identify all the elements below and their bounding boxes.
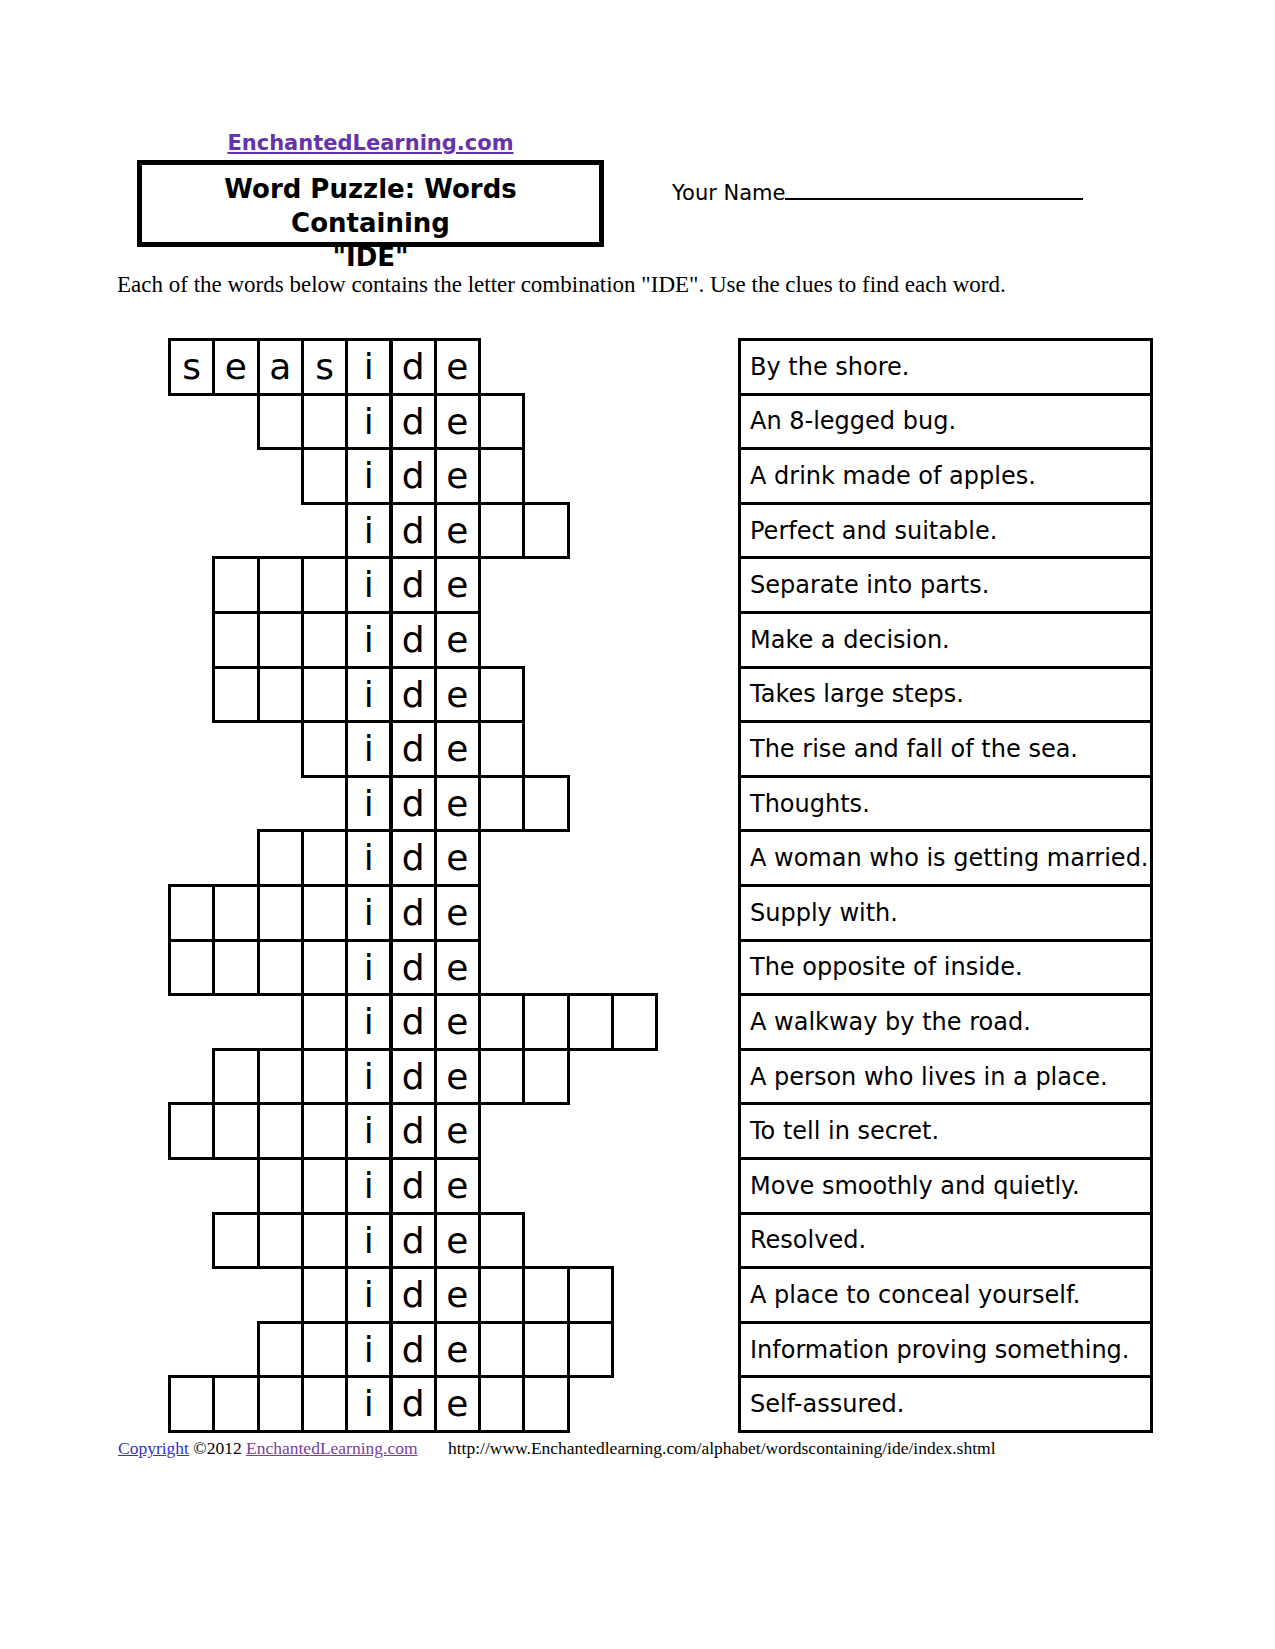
grid-cell-letter: d (390, 1212, 437, 1270)
grid-cell-letter: i (345, 1102, 392, 1160)
grid-cell-empty[interactable] (478, 502, 525, 560)
grid-cell-letter: e (434, 939, 481, 997)
grid-cell-empty[interactable] (478, 393, 525, 451)
grid-cell-empty[interactable] (212, 1048, 259, 1106)
clue-row: A drink made of apples. (738, 447, 1153, 505)
grid-cell-empty[interactable] (567, 993, 614, 1051)
grid-cell-letter: d (390, 884, 437, 942)
clue-text: The rise and fall of the sea. (750, 735, 1078, 763)
clue-row: The opposite of inside. (738, 939, 1153, 997)
grid-cell-empty[interactable] (257, 393, 304, 451)
grid-cell-letter: e (434, 829, 481, 887)
clue-row: By the shore. (738, 338, 1153, 396)
clue-row: Self-assured. (738, 1375, 1153, 1433)
clue-text: A drink made of apples. (750, 462, 1036, 490)
grid-cell-empty[interactable] (522, 775, 569, 833)
grid-cell-letter: e (434, 1212, 481, 1270)
grid-cell-letter: d (390, 829, 437, 887)
grid-cell-letter: e (434, 884, 481, 942)
grid-cell-empty[interactable] (212, 666, 259, 724)
grid-cell-letter: i (345, 939, 392, 997)
grid-cell-empty[interactable] (257, 1212, 304, 1270)
grid-cell-empty[interactable] (212, 1212, 259, 1270)
grid-cell-empty[interactable] (301, 720, 348, 778)
clue-text: To tell in secret. (750, 1117, 939, 1145)
clue-text: A place to conceal yourself. (750, 1281, 1080, 1309)
grid-cell-letter: d (390, 720, 437, 778)
grid-cell-letter: e (434, 666, 481, 724)
clue-text: Separate into parts. (750, 571, 989, 599)
clue-row: A walkway by the road. (738, 993, 1153, 1051)
grid-cell-empty[interactable] (478, 775, 525, 833)
grid-cell-letter: e (212, 338, 259, 396)
grid-cell-letter: i (345, 993, 392, 1051)
grid-cell-letter: i (345, 1375, 392, 1433)
grid-cell-empty[interactable] (478, 993, 525, 1051)
grid-cell-letter: e (434, 1375, 481, 1433)
grid-cell-empty[interactable] (257, 1157, 304, 1215)
grid-cell-empty[interactable] (301, 556, 348, 614)
grid-cell-empty[interactable] (212, 884, 259, 942)
grid-cell-empty[interactable] (301, 1212, 348, 1270)
grid-cell-letter: d (390, 1157, 437, 1215)
copyright-link[interactable]: Copyright (118, 1438, 189, 1458)
page-title-line2: "IDE" (142, 240, 599, 274)
grid-cell-letter: i (345, 1048, 392, 1106)
grid-cell-letter: e (434, 447, 481, 505)
grid-cell-empty[interactable] (301, 1321, 348, 1379)
grid-cell-letter: e (434, 993, 481, 1051)
grid-cell-letter: a (257, 338, 304, 396)
clue-row: An 8-legged bug. (738, 393, 1153, 451)
grid-cell-letter: i (345, 720, 392, 778)
clue-row: Information proving something. (738, 1321, 1153, 1379)
grid-cell-empty[interactable] (301, 993, 348, 1051)
clue-text: Perfect and suitable. (750, 517, 997, 545)
grid-cell-empty[interactable] (478, 720, 525, 778)
grid-cell-empty[interactable] (257, 1102, 304, 1160)
grid-cell-empty[interactable] (257, 1321, 304, 1379)
clue-list: By the shore.An 8-legged bug.A drink mad… (738, 338, 1153, 1438)
instructions-text: Each of the words below contains the let… (117, 272, 1217, 298)
name-label: Your Name (672, 181, 785, 205)
name-input-line[interactable] (785, 176, 1083, 200)
name-field-area: Your Name (672, 176, 1083, 205)
footer-url: http://www.Enchantedlearning.com/alphabe… (448, 1438, 996, 1458)
clue-row: Move smoothly and quietly. (738, 1157, 1153, 1215)
grid-cell-empty[interactable] (257, 939, 304, 997)
grid-cell-empty[interactable] (257, 611, 304, 669)
footer: Copyright ©2012 EnchantedLearning.com ht… (118, 1438, 1218, 1459)
clue-row: A person who lives in a place. (738, 1048, 1153, 1106)
grid-cell-empty[interactable] (301, 393, 348, 451)
grid-cell-empty[interactable] (522, 1048, 569, 1106)
grid-cell-empty[interactable] (168, 939, 215, 997)
grid-cell-letter: d (390, 556, 437, 614)
grid-cell-empty[interactable] (301, 829, 348, 887)
grid-cell-letter: s (301, 338, 348, 396)
grid-cell-letter: d (390, 775, 437, 833)
grid-cell-letter: i (345, 447, 392, 505)
title-box: Word Puzzle: Words Containing "IDE" (137, 160, 604, 247)
grid-cell-letter: d (390, 993, 437, 1051)
grid-cell-letter: d (390, 393, 437, 451)
grid-cell-letter: e (434, 611, 481, 669)
clue-row: Perfect and suitable. (738, 502, 1153, 560)
clue-row: To tell in secret. (738, 1102, 1153, 1160)
clue-text: A woman who is getting married. (750, 844, 1149, 872)
grid-cell-letter: e (434, 1321, 481, 1379)
grid-cell-letter: i (345, 611, 392, 669)
grid-cell-letter: d (390, 1266, 437, 1324)
grid-cell-empty[interactable] (212, 556, 259, 614)
clue-text: Supply with. (750, 899, 898, 927)
grid-cell-empty[interactable] (301, 1102, 348, 1160)
grid-cell-letter: d (390, 338, 437, 396)
clue-text: A person who lives in a place. (750, 1063, 1108, 1091)
grid-cell-empty[interactable] (478, 447, 525, 505)
grid-cell-empty[interactable] (257, 556, 304, 614)
grid-cell-empty[interactable] (301, 447, 348, 505)
grid-cell-letter: i (345, 502, 392, 560)
grid-cell-letter: e (434, 775, 481, 833)
clue-text: Information proving something. (750, 1336, 1129, 1364)
grid-cell-empty[interactable] (301, 1266, 348, 1324)
grid-cell-letter: e (434, 1048, 481, 1106)
grid-cell-letter: e (434, 1102, 481, 1160)
puzzle-grid: seasideideideideideideideideideideideide… (168, 338, 668, 1438)
grid-cell-empty[interactable] (301, 666, 348, 724)
clue-text: Thoughts. (750, 790, 870, 818)
grid-cell-letter: i (345, 338, 392, 396)
grid-cell-empty[interactable] (478, 1048, 525, 1106)
clue-text: An 8-legged bug. (750, 407, 956, 435)
grid-cell-letter: i (345, 1212, 392, 1270)
grid-cell-empty[interactable] (611, 993, 658, 1051)
footer-site-link[interactable]: EnchantedLearning.com (246, 1438, 418, 1458)
grid-cell-empty[interactable] (212, 1102, 259, 1160)
grid-cell-empty[interactable] (567, 1266, 614, 1324)
grid-cell-letter: i (345, 1266, 392, 1324)
clue-text: Takes large steps. (750, 680, 964, 708)
grid-cell-empty[interactable] (522, 1321, 569, 1379)
grid-cell-letter: d (390, 1375, 437, 1433)
grid-cell-empty[interactable] (478, 666, 525, 724)
grid-cell-empty[interactable] (478, 1266, 525, 1324)
grid-cell-empty[interactable] (212, 611, 259, 669)
grid-cell-letter: e (434, 556, 481, 614)
grid-cell-letter: d (390, 611, 437, 669)
grid-cell-letter: d (390, 666, 437, 724)
grid-cell-letter: i (345, 775, 392, 833)
grid-cell-empty[interactable] (168, 1375, 215, 1433)
grid-cell-letter: e (434, 393, 481, 451)
grid-cell-empty[interactable] (301, 1157, 348, 1215)
clue-row: Separate into parts. (738, 556, 1153, 614)
grid-cell-letter: d (390, 1102, 437, 1160)
grid-cell-empty[interactable] (522, 1375, 569, 1433)
grid-cell-empty[interactable] (257, 829, 304, 887)
grid-cell-empty[interactable] (212, 939, 259, 997)
grid-cell-empty[interactable] (301, 939, 348, 997)
grid-cell-empty[interactable] (257, 1048, 304, 1106)
grid-cell-letter: e (434, 1157, 481, 1215)
grid-cell-empty[interactable] (168, 1102, 215, 1160)
grid-cell-empty[interactable] (478, 1375, 525, 1433)
grid-cell-empty[interactable] (478, 1321, 525, 1379)
clue-text: A walkway by the road. (750, 1008, 1031, 1036)
grid-cell-letter: i (345, 1157, 392, 1215)
worksheet-page: EnchantedLearning.com Word Puzzle: Words… (0, 0, 1275, 1649)
clue-row: Thoughts. (738, 775, 1153, 833)
grid-cell-letter: d (390, 447, 437, 505)
grid-cell-empty[interactable] (522, 993, 569, 1051)
grid-cell-empty[interactable] (522, 502, 569, 560)
clue-row: The rise and fall of the sea. (738, 720, 1153, 778)
grid-cell-letter: d (390, 1321, 437, 1379)
grid-cell-empty[interactable] (212, 1375, 259, 1433)
grid-cell-empty[interactable] (257, 884, 304, 942)
grid-cell-empty[interactable] (168, 884, 215, 942)
grid-cell-letter: i (345, 393, 392, 451)
grid-cell-empty[interactable] (301, 1048, 348, 1106)
clue-row: Supply with. (738, 884, 1153, 942)
grid-cell-letter: d (390, 1048, 437, 1106)
grid-cell-empty[interactable] (478, 1212, 525, 1270)
grid-cell-empty[interactable] (522, 1266, 569, 1324)
clue-text: Self-assured. (750, 1390, 904, 1418)
clue-row: Make a decision. (738, 611, 1153, 669)
grid-cell-letter: e (434, 1266, 481, 1324)
grid-cell-letter: i (345, 1321, 392, 1379)
grid-cell-letter: i (345, 884, 392, 942)
clue-text: Make a decision. (750, 626, 950, 654)
grid-cell-empty[interactable] (301, 884, 348, 942)
clue-row: A woman who is getting married. (738, 829, 1153, 887)
grid-cell-empty[interactable] (257, 666, 304, 724)
grid-cell-letter: i (345, 829, 392, 887)
clue-row: Resolved. (738, 1212, 1153, 1270)
clue-row: A place to conceal yourself. (738, 1266, 1153, 1324)
page-title-line1: Word Puzzle: Words Containing (142, 172, 599, 240)
clue-text: By the shore. (750, 353, 909, 381)
grid-cell-empty[interactable] (301, 611, 348, 669)
clue-text: Resolved. (750, 1226, 866, 1254)
grid-cell-letter: i (345, 556, 392, 614)
grid-cell-empty[interactable] (567, 1321, 614, 1379)
grid-cell-letter: e (434, 502, 481, 560)
grid-cell-letter: e (434, 720, 481, 778)
grid-cell-letter: d (390, 502, 437, 560)
grid-cell-letter: i (345, 666, 392, 724)
grid-cell-letter: d (390, 939, 437, 997)
copyright-year: ©2012 (193, 1438, 241, 1458)
header-site-link[interactable]: EnchantedLearning.com (137, 131, 604, 155)
clue-row: Takes large steps. (738, 666, 1153, 724)
grid-cell-empty[interactable] (301, 1375, 348, 1433)
clue-text: Move smoothly and quietly. (750, 1172, 1080, 1200)
clue-text: The opposite of inside. (750, 953, 1023, 981)
grid-cell-letter: s (168, 338, 215, 396)
grid-cell-empty[interactable] (257, 1375, 304, 1433)
grid-cell-letter: e (434, 338, 481, 396)
